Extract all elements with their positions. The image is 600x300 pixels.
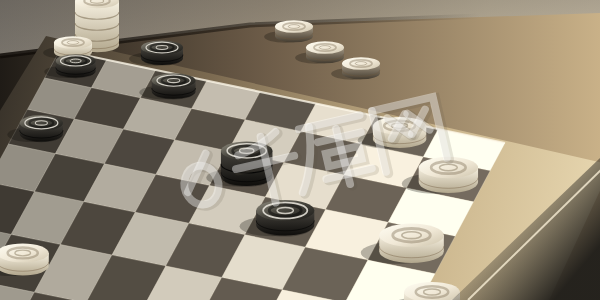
white-piece[interactable] [0, 244, 49, 276]
checkers-photo-scene: 千库网 [0, 0, 600, 300]
scene-svg: 千库网 [0, 0, 600, 300]
watermark-text: 千库网 [300, 123, 420, 169]
